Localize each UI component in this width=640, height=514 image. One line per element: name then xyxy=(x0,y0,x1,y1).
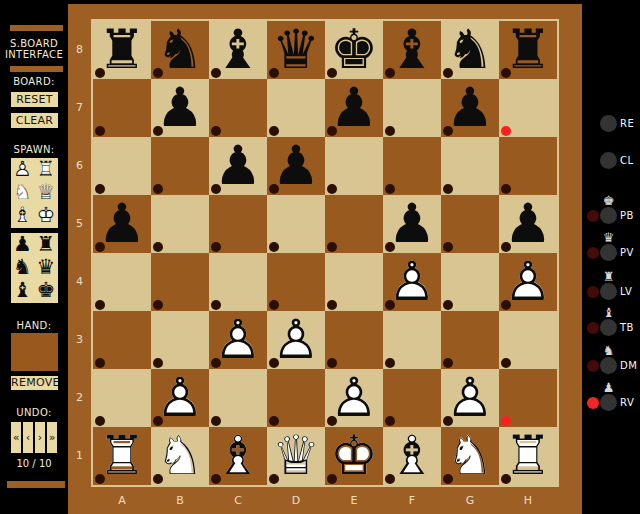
square-a8[interactable]: ♜ xyxy=(93,21,151,79)
board-section-label: BOARD: xyxy=(0,76,68,88)
chess-board-frame: ♜♞♝♛♚♝♞♜♟♟♟♟♟♟♟♟♟♙♟♙♟♙♟♙♟♙♟♙♟♙♜♖♞♘♝♗♛♕♚♔… xyxy=(68,4,582,514)
square-d7[interactable] xyxy=(267,79,325,137)
piece-outline: ♘ xyxy=(151,427,209,485)
square-f8[interactable]: ♝ xyxy=(383,21,441,79)
black-rook: ♜ xyxy=(499,21,557,79)
square-g6[interactable] xyxy=(441,137,499,195)
spawn-black-pawn-button[interactable]: ♟ xyxy=(11,233,34,256)
square-b3[interactable] xyxy=(151,311,209,369)
square-g8[interactable]: ♞ xyxy=(441,21,499,79)
lv-label: LV xyxy=(620,283,632,301)
corner-dot xyxy=(95,358,105,368)
black-knight: ♞ xyxy=(441,21,499,79)
file-label-b: B xyxy=(151,487,209,514)
dm-button[interactable] xyxy=(600,357,617,374)
square-c2[interactable] xyxy=(209,369,267,427)
tb-led xyxy=(587,322,599,334)
rank-label-4: 4 xyxy=(68,253,91,311)
spawn-white-king-button[interactable]: ♚♔ xyxy=(34,204,58,228)
square-b7[interactable]: ♟ xyxy=(151,79,209,137)
undo-section-label: UNDO: xyxy=(0,407,68,419)
piece-outline: ♙ xyxy=(267,311,325,369)
black-pawn: ♟ xyxy=(93,195,151,253)
white-pawn: ♟♙ xyxy=(267,311,325,369)
pb-led xyxy=(587,210,599,222)
corner-dot xyxy=(327,300,337,310)
rv-button[interactable] xyxy=(600,394,617,411)
black-queen: ♛ xyxy=(267,21,325,79)
rank-label-8: 8 xyxy=(68,21,91,79)
file-label-d: D xyxy=(267,487,325,514)
corner-dot xyxy=(95,126,105,136)
square-d5[interactable] xyxy=(267,195,325,253)
square-g7[interactable]: ♟ xyxy=(441,79,499,137)
indicator-row-lv: ♜LV xyxy=(582,283,640,301)
white-pawn: ♟♙ xyxy=(11,158,34,181)
rook-icon: ♜ xyxy=(600,270,617,284)
white-pawn: ♟♙ xyxy=(499,253,557,311)
corner-dot xyxy=(95,300,105,310)
re-label: RE xyxy=(620,115,634,133)
square-c4[interactable] xyxy=(209,253,267,311)
lv-led xyxy=(587,286,599,298)
corner-dot xyxy=(327,184,337,194)
square-f4[interactable]: ♟♙ xyxy=(383,253,441,311)
indicator-row-re: RE xyxy=(582,115,640,133)
square-b5[interactable] xyxy=(151,195,209,253)
square-g3[interactable] xyxy=(441,311,499,369)
chess-board: ♜♞♝♛♚♝♞♜♟♟♟♟♟♟♟♟♟♙♟♙♟♙♟♙♟♙♟♙♟♙♜♖♞♘♝♗♛♕♚♔… xyxy=(93,21,557,485)
white-bishop: ♝♗ xyxy=(383,427,441,485)
white-pawn: ♟♙ xyxy=(383,253,441,311)
file-label-f: F xyxy=(383,487,441,514)
square-a3[interactable] xyxy=(93,311,151,369)
rank-label-3: 3 xyxy=(68,311,91,369)
spawn-section-label: SPAWN: xyxy=(0,144,68,156)
square-d4[interactable] xyxy=(267,253,325,311)
tb-button[interactable] xyxy=(600,319,617,336)
lv-button[interactable] xyxy=(600,283,617,300)
piece-outline: ♙ xyxy=(499,253,557,311)
spawn-black-king-button[interactable]: ♚ xyxy=(34,279,58,303)
corner-dot xyxy=(385,126,395,136)
square-d8[interactable]: ♛ xyxy=(267,21,325,79)
square-e7[interactable]: ♟ xyxy=(325,79,383,137)
spawn-white-bishop-button[interactable]: ♝♗ xyxy=(11,204,34,228)
reset-button[interactable]: RESET xyxy=(11,92,58,107)
undo-last-button[interactable]: » xyxy=(47,422,57,453)
square-d3[interactable]: ♟♙ xyxy=(267,311,325,369)
square-e3[interactable] xyxy=(325,311,383,369)
square-a1[interactable]: ♜♖ xyxy=(93,427,151,485)
white-bishop: ♝♗ xyxy=(209,427,267,485)
corner-dot xyxy=(443,300,453,310)
piece-outline: ♙ xyxy=(441,369,499,427)
spawn-panel-black: ♟♜♞♛♝♚ xyxy=(11,233,58,303)
piece-outline: ♗ xyxy=(383,427,441,485)
piece-outline: ♙ xyxy=(209,311,267,369)
undo-count-max: 10 xyxy=(39,458,52,469)
file-label-h: H xyxy=(499,487,557,514)
square-e8[interactable]: ♚ xyxy=(325,21,383,79)
indicator-row-rv: ♟RV xyxy=(582,394,640,412)
re-button[interactable] xyxy=(600,115,617,132)
remove-button[interactable]: REMOVE xyxy=(11,376,58,390)
square-b1[interactable]: ♞♘ xyxy=(151,427,209,485)
piece-outline: ♔ xyxy=(34,204,58,228)
spawn-black-queen-button[interactable]: ♛ xyxy=(34,256,58,279)
square-g2[interactable]: ♟♙ xyxy=(441,369,499,427)
black-king: ♚ xyxy=(34,279,58,303)
white-knight: ♞♘ xyxy=(11,181,34,204)
spawn-white-queen-button[interactable]: ♛♕ xyxy=(34,181,58,204)
king-icon: ♚ xyxy=(600,194,617,208)
black-knight: ♞ xyxy=(11,256,34,279)
black-pawn: ♟ xyxy=(11,233,34,256)
square-a5[interactable]: ♟ xyxy=(93,195,151,253)
square-h7[interactable] xyxy=(499,79,557,137)
white-pawn: ♟♙ xyxy=(325,369,383,427)
square-f5[interactable]: ♟ xyxy=(383,195,441,253)
white-queen: ♛♕ xyxy=(267,427,325,485)
clear-button[interactable]: CLEAR xyxy=(11,113,58,128)
piece-outline: ♕ xyxy=(267,427,325,485)
indicator-row-dm: ♞DM xyxy=(582,357,640,375)
piece-outline: ♘ xyxy=(11,181,34,204)
piece-outline: ♔ xyxy=(325,427,383,485)
dm-label: DM xyxy=(620,357,637,375)
square-g5[interactable] xyxy=(441,195,499,253)
black-bishop: ♝ xyxy=(383,21,441,79)
piece-outline: ♘ xyxy=(441,427,499,485)
corner-dot xyxy=(153,242,163,252)
white-pawn: ♟♙ xyxy=(151,369,209,427)
square-h3[interactable] xyxy=(499,311,557,369)
undo-first-button[interactable]: « xyxy=(11,422,21,453)
file-label-a: A xyxy=(93,487,151,514)
square-c8[interactable]: ♝ xyxy=(209,21,267,79)
black-queen: ♛ xyxy=(34,256,58,279)
piece-outline: ♖ xyxy=(34,158,58,181)
corner-dot xyxy=(327,242,337,252)
square-h8[interactable]: ♜ xyxy=(499,21,557,79)
square-a7[interactable] xyxy=(93,79,151,137)
square-h2[interactable] xyxy=(499,369,557,427)
cl-label: CL xyxy=(620,152,634,170)
divider-bar xyxy=(7,481,65,488)
file-label-e: E xyxy=(325,487,383,514)
square-f6[interactable] xyxy=(383,137,441,195)
undo-counter: 10 / 10 xyxy=(0,458,68,469)
square-d2[interactable] xyxy=(267,369,325,427)
right-sidebar: RECL♚PB♛PV♜LV♝TB♞DM♟RV YOUR MOVE CHECK xyxy=(582,0,640,514)
rv-led xyxy=(587,397,599,409)
hand-section-label: HAND: xyxy=(0,320,68,332)
black-knight: ♞ xyxy=(151,21,209,79)
black-pawn: ♟ xyxy=(441,79,499,137)
square-b8[interactable]: ♞ xyxy=(151,21,209,79)
square-c3[interactable]: ♟♙ xyxy=(209,311,267,369)
square-f2[interactable] xyxy=(383,369,441,427)
rank-label-6: 6 xyxy=(68,137,91,195)
white-rook: ♜♖ xyxy=(499,427,557,485)
spawn-white-pawn-button[interactable]: ♟♙ xyxy=(11,158,34,181)
divider-bar xyxy=(10,25,63,31)
square-a4[interactable] xyxy=(93,253,151,311)
black-bishop: ♝ xyxy=(209,21,267,79)
black-rook: ♜ xyxy=(93,21,151,79)
file-label-c: C xyxy=(209,487,267,514)
black-pawn: ♟ xyxy=(499,195,557,253)
left-sidebar: S.BOARD INTERFACE BOARD: RESET CLEAR SPA… xyxy=(0,0,68,514)
rank-label-2: 2 xyxy=(68,369,91,427)
piece-outline: ♖ xyxy=(499,427,557,485)
square-c5[interactable] xyxy=(209,195,267,253)
piece-outline: ♙ xyxy=(325,369,383,427)
undo-count-current: 10 xyxy=(16,458,29,469)
square-a2[interactable] xyxy=(93,369,151,427)
undo-forward-button[interactable]: › xyxy=(35,422,45,453)
rv-label: RV xyxy=(620,394,634,412)
square-e5[interactable] xyxy=(325,195,383,253)
piece-outline: ♙ xyxy=(151,369,209,427)
white-king: ♚♔ xyxy=(325,427,383,485)
black-pawn: ♟ xyxy=(267,137,325,195)
white-bishop: ♝♗ xyxy=(11,204,34,228)
black-pawn: ♟ xyxy=(209,137,267,195)
undo-count-separator: / xyxy=(32,458,35,469)
corner-dot xyxy=(443,242,453,252)
indicator-row-pv: ♛PV xyxy=(582,244,640,262)
pawn-icon: ♟ xyxy=(600,381,617,395)
black-pawn: ♟ xyxy=(325,79,383,137)
square-h1[interactable]: ♜♖ xyxy=(499,427,557,485)
white-king: ♚♔ xyxy=(34,204,58,228)
piece-outline: ♖ xyxy=(93,427,151,485)
square-d6[interactable]: ♟ xyxy=(267,137,325,195)
corner-dot xyxy=(153,184,163,194)
black-rook: ♜ xyxy=(34,233,58,256)
indicator-row-cl: CL xyxy=(582,152,640,170)
square-g4[interactable] xyxy=(441,253,499,311)
white-pawn: ♟♙ xyxy=(441,369,499,427)
hand-slot[interactable] xyxy=(11,333,58,371)
spawn-black-bishop-button[interactable]: ♝ xyxy=(11,279,34,303)
undo-back-button[interactable]: ‹ xyxy=(23,422,33,453)
black-bishop: ♝ xyxy=(11,279,34,303)
square-f1[interactable]: ♝♗ xyxy=(383,427,441,485)
pv-label: PV xyxy=(620,244,634,262)
white-knight: ♞♘ xyxy=(441,427,499,485)
square-c7[interactable] xyxy=(209,79,267,137)
square-f3[interactable] xyxy=(383,311,441,369)
square-e4[interactable] xyxy=(325,253,383,311)
white-pawn: ♟♙ xyxy=(209,311,267,369)
spawn-black-rook-button[interactable]: ♜ xyxy=(34,233,58,256)
square-h5[interactable]: ♟ xyxy=(499,195,557,253)
rank-label-5: 5 xyxy=(68,195,91,253)
cl-button[interactable] xyxy=(600,152,617,169)
white-knight: ♞♘ xyxy=(151,427,209,485)
black-pawn: ♟ xyxy=(151,79,209,137)
spawn-white-rook-button[interactable]: ♜♖ xyxy=(34,158,58,181)
queen-icon: ♛ xyxy=(600,231,617,245)
piece-outline: ♙ xyxy=(11,158,34,181)
square-d1[interactable]: ♛♕ xyxy=(267,427,325,485)
square-e2[interactable]: ♟♙ xyxy=(325,369,383,427)
square-h4[interactable]: ♟♙ xyxy=(499,253,557,311)
rank-label-7: 7 xyxy=(68,79,91,137)
square-e6[interactable] xyxy=(325,137,383,195)
black-king: ♚ xyxy=(325,21,383,79)
red-corner-dot xyxy=(501,126,511,136)
app-title-line2: INTERFACE xyxy=(0,49,68,61)
square-a6[interactable] xyxy=(93,137,151,195)
square-f7[interactable] xyxy=(383,79,441,137)
square-b4[interactable] xyxy=(151,253,209,311)
piece-outline: ♗ xyxy=(209,427,267,485)
spawn-white-knight-button[interactable]: ♞♘ xyxy=(11,181,34,204)
pb-label: PB xyxy=(620,207,634,225)
pv-button[interactable] xyxy=(600,244,617,261)
corner-dot xyxy=(501,358,511,368)
corner-dot xyxy=(443,184,453,194)
white-queen: ♛♕ xyxy=(34,181,58,204)
spawn-black-knight-button[interactable]: ♞ xyxy=(11,256,34,279)
file-label-g: G xyxy=(441,487,499,514)
knight-icon: ♞ xyxy=(600,344,617,358)
square-b6[interactable] xyxy=(151,137,209,195)
indicator-row-pb: ♚PB xyxy=(582,207,640,225)
indicator-row-tb: ♝TB xyxy=(582,319,640,337)
corner-dot xyxy=(385,358,395,368)
white-rook: ♜♖ xyxy=(93,427,151,485)
dm-led xyxy=(587,360,599,372)
pv-led xyxy=(587,247,599,259)
piece-outline: ♕ xyxy=(34,181,58,204)
square-c6[interactable]: ♟ xyxy=(209,137,267,195)
rank-label-1: 1 xyxy=(68,427,91,485)
corner-dot xyxy=(211,242,221,252)
tb-label: TB xyxy=(620,319,634,337)
square-h6[interactable] xyxy=(499,137,557,195)
square-b2[interactable]: ♟♙ xyxy=(151,369,209,427)
corner-dot xyxy=(153,300,163,310)
black-pawn: ♟ xyxy=(383,195,441,253)
bishop-icon: ♝ xyxy=(600,306,617,320)
square-e1[interactable]: ♚♔ xyxy=(325,427,383,485)
pb-button[interactable] xyxy=(600,207,617,224)
spawn-panel-white: ♟♙♜♖♞♘♛♕♝♗♚♔ xyxy=(11,158,58,228)
square-c1[interactable]: ♝♗ xyxy=(209,427,267,485)
white-rook: ♜♖ xyxy=(34,158,58,181)
corner-dot xyxy=(269,242,279,252)
piece-outline: ♙ xyxy=(383,253,441,311)
divider-bar xyxy=(10,66,63,72)
square-g1[interactable]: ♞♘ xyxy=(441,427,499,485)
piece-outline: ♗ xyxy=(11,204,34,228)
